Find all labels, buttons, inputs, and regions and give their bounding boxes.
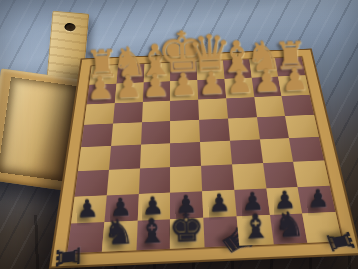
square-g2[interactable]: ♟ xyxy=(115,82,144,103)
square-d8[interactable]: ♛ xyxy=(203,217,239,248)
square-h4[interactable] xyxy=(81,124,113,147)
square-d6[interactable] xyxy=(201,164,234,191)
black-rook-fallen[interactable]: ♜ xyxy=(321,227,358,256)
black-pawn[interactable]: ♟ xyxy=(307,187,330,212)
chessboard: ♜♞♝♚♛♝♞♜♟♟♟♟♟♟♟♟♟♟♟♟♟♟♟♟♜♞♝♚♛♝♞♜ xyxy=(63,5,336,269)
photo-scene: ♜♞♝♚♛♝♞♜♟♟♟♟♟♟♟♟♟♟♟♟♟♟♟♟♜♞♝♚♛♝♞♜ xyxy=(0,0,358,269)
white-pawn[interactable]: ♟ xyxy=(225,65,254,97)
black-bishop[interactable]: ♝ xyxy=(137,214,168,249)
black-knight[interactable]: ♞ xyxy=(102,215,135,251)
black-pawn[interactable]: ♟ xyxy=(208,191,231,216)
square-d7[interactable]: ♟ xyxy=(202,189,236,218)
white-pawn[interactable]: ♟ xyxy=(280,63,309,95)
square-e2[interactable]: ♟ xyxy=(170,80,198,101)
black-pawn[interactable]: ♟ xyxy=(76,197,99,222)
white-pawn[interactable]: ♟ xyxy=(141,69,170,101)
square-h6[interactable] xyxy=(75,170,109,197)
square-h3[interactable] xyxy=(84,103,115,125)
square-e8[interactable]: ♚ xyxy=(170,218,204,249)
square-c2[interactable]: ♟ xyxy=(224,78,254,99)
square-f4[interactable] xyxy=(141,121,171,144)
square-f6[interactable] xyxy=(138,167,170,194)
square-b4[interactable] xyxy=(257,116,290,139)
square-g8[interactable]: ♞ xyxy=(102,221,138,252)
white-pawn[interactable]: ♟ xyxy=(113,70,142,102)
square-a4[interactable] xyxy=(285,115,319,138)
square-c6[interactable] xyxy=(232,163,266,190)
black-bishop[interactable]: ♝ xyxy=(240,210,271,245)
white-pawn[interactable]: ♟ xyxy=(252,64,281,96)
square-c4[interactable] xyxy=(228,117,260,140)
square-f3[interactable] xyxy=(142,101,171,123)
square-c8[interactable]: ♝ xyxy=(236,215,273,246)
square-b2[interactable]: ♟ xyxy=(251,76,281,96)
square-f8[interactable]: ♝ xyxy=(136,219,170,250)
black-king[interactable]: ♚ xyxy=(168,207,205,248)
white-pawn[interactable]: ♟ xyxy=(169,68,198,100)
square-h2[interactable]: ♟ xyxy=(87,83,117,104)
square-a3[interactable] xyxy=(282,94,314,116)
square-g6[interactable] xyxy=(107,168,140,195)
square-b3[interactable] xyxy=(254,96,285,118)
square-g4[interactable] xyxy=(111,122,142,145)
square-e3[interactable] xyxy=(170,99,199,121)
square-h8[interactable]: ♜ xyxy=(67,222,104,253)
square-h7[interactable]: ♟ xyxy=(71,195,106,224)
square-c5[interactable] xyxy=(230,139,263,164)
white-pawn[interactable]: ♟ xyxy=(197,67,226,99)
square-h5[interactable] xyxy=(78,146,111,171)
square-a5[interactable] xyxy=(289,137,324,162)
board-grid: ♜♞♝♚♛♝♞♜♟♟♟♟♟♟♟♟♟♟♟♟♟♟♟♟♜♞♝♚♛♝♞♜ xyxy=(67,57,342,253)
square-c3[interactable] xyxy=(226,97,257,119)
square-d3[interactable] xyxy=(198,98,228,120)
square-b6[interactable] xyxy=(263,162,298,189)
square-b8[interactable]: ♞ xyxy=(269,214,307,245)
square-b5[interactable] xyxy=(259,138,293,163)
square-g3[interactable] xyxy=(113,102,143,124)
square-e6[interactable] xyxy=(170,166,202,193)
square-a8[interactable]: ♜ xyxy=(302,212,341,243)
square-d5[interactable] xyxy=(200,141,232,166)
square-d2[interactable]: ♟ xyxy=(197,79,226,100)
square-d4[interactable] xyxy=(199,119,230,142)
black-rook-fallen[interactable]: ♜ xyxy=(52,243,84,269)
square-f5[interactable] xyxy=(140,143,171,168)
white-pawn[interactable]: ♟ xyxy=(86,71,115,103)
square-e5[interactable] xyxy=(170,142,201,167)
square-e4[interactable] xyxy=(170,120,200,143)
board-frame: ♜♞♝♚♛♝♞♜♟♟♟♟♟♟♟♟♟♟♟♟♟♟♟♟♜♞♝♚♛♝♞♜ xyxy=(52,50,358,267)
black-knight[interactable]: ♞ xyxy=(273,207,306,243)
square-f2[interactable]: ♟ xyxy=(142,81,170,102)
square-a6[interactable] xyxy=(293,160,329,186)
square-g5[interactable] xyxy=(109,145,141,170)
square-a2[interactable]: ♟ xyxy=(278,75,309,95)
